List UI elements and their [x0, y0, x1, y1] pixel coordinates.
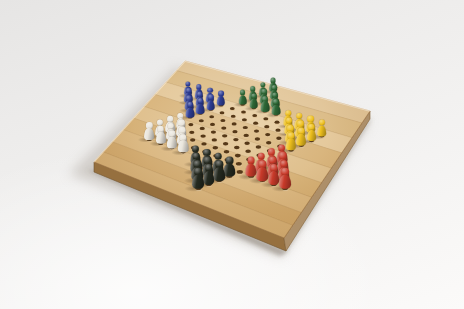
hole[interactable] [147, 138, 152, 141]
hole[interactable] [224, 150, 230, 154]
hole[interactable] [215, 170, 221, 174]
hole[interactable] [299, 144, 305, 147]
hole[interactable] [319, 134, 324, 137]
hole[interactable] [187, 108, 192, 111]
hole[interactable] [216, 178, 222, 182]
hole[interactable] [211, 131, 216, 134]
hole[interactable] [220, 119, 225, 122]
hole[interactable] [232, 122, 237, 125]
hole[interactable] [197, 104, 202, 107]
hole[interactable] [204, 166, 210, 170]
hole[interactable] [195, 186, 201, 190]
hole[interactable] [230, 107, 235, 110]
hole[interactable] [271, 90, 275, 93]
hole[interactable] [246, 158, 252, 162]
hole[interactable] [276, 137, 281, 140]
hole[interactable] [264, 125, 269, 128]
hole[interactable] [286, 124, 291, 127]
hole[interactable] [208, 100, 213, 103]
hole[interactable] [213, 146, 219, 149]
hole[interactable] [277, 145, 283, 148]
hole[interactable] [193, 162, 199, 166]
hole[interactable] [287, 140, 292, 143]
hole[interactable] [245, 150, 251, 154]
hole[interactable] [267, 149, 273, 153]
hole[interactable] [221, 127, 226, 130]
hole[interactable] [255, 137, 260, 140]
hole[interactable] [193, 170, 199, 174]
hole[interactable] [208, 108, 213, 111]
hole[interactable] [178, 127, 183, 130]
hole[interactable] [158, 142, 163, 145]
hole[interactable] [275, 129, 280, 132]
hole[interactable] [198, 112, 203, 115]
hole[interactable] [180, 150, 186, 154]
hole[interactable] [247, 166, 253, 170]
hole[interactable] [180, 142, 185, 145]
hole[interactable] [308, 131, 313, 134]
hole[interactable] [269, 165, 275, 169]
hole[interactable] [253, 122, 258, 125]
hole[interactable] [248, 174, 254, 178]
hole[interactable] [188, 123, 193, 126]
hole[interactable] [168, 131, 173, 134]
hole[interactable] [231, 115, 236, 118]
hole[interactable] [225, 166, 231, 170]
hole[interactable] [179, 134, 184, 137]
hole[interactable] [298, 135, 303, 138]
hole[interactable] [169, 146, 175, 149]
hole[interactable] [188, 116, 193, 119]
light-sheen [94, 61, 370, 238]
hole[interactable] [275, 121, 280, 124]
hole[interactable] [265, 133, 270, 136]
hole[interactable] [213, 154, 219, 158]
hole[interactable] [223, 142, 228, 145]
hole[interactable] [210, 123, 215, 126]
hole[interactable] [240, 103, 245, 106]
hole[interactable] [270, 174, 276, 178]
hole[interactable] [199, 119, 204, 122]
hole[interactable] [271, 182, 277, 186]
hole[interactable] [254, 130, 259, 133]
hole[interactable] [192, 154, 198, 158]
hole[interactable] [288, 148, 294, 151]
hole[interactable] [281, 178, 287, 182]
hole[interactable] [190, 138, 195, 141]
hole[interactable] [197, 97, 201, 100]
hole[interactable] [262, 102, 267, 105]
hole[interactable] [157, 134, 162, 137]
hole[interactable] [234, 146, 240, 149]
hole[interactable] [287, 132, 292, 135]
hole[interactable] [206, 182, 212, 186]
hole[interactable] [232, 130, 237, 133]
hole[interactable] [205, 174, 211, 178]
hole[interactable] [168, 138, 173, 141]
chinese-checkers-scene [0, 0, 464, 309]
hole[interactable] [266, 141, 271, 144]
hole[interactable] [257, 162, 263, 166]
hole[interactable] [189, 131, 194, 134]
hole[interactable] [272, 98, 277, 101]
hole[interactable] [244, 142, 249, 145]
hole[interactable] [252, 106, 257, 109]
hole[interactable] [279, 161, 285, 165]
hole[interactable] [191, 146, 197, 149]
hole[interactable] [226, 174, 232, 178]
hole[interactable] [261, 94, 265, 97]
hole[interactable] [268, 157, 274, 161]
hole[interactable] [214, 162, 220, 166]
hole[interactable] [263, 117, 268, 120]
hole[interactable] [201, 142, 206, 145]
hole[interactable] [244, 134, 249, 137]
hole[interactable] [209, 115, 214, 118]
hole[interactable] [222, 134, 227, 137]
hole[interactable] [233, 138, 238, 141]
hole[interactable] [200, 134, 205, 137]
hole[interactable] [235, 154, 241, 158]
hole[interactable] [243, 126, 248, 129]
hole[interactable] [225, 158, 231, 162]
hole[interactable] [274, 113, 279, 116]
hole[interactable] [278, 153, 284, 157]
hole[interactable] [236, 162, 242, 166]
hole[interactable] [252, 114, 257, 117]
hole[interactable] [257, 153, 263, 157]
hole[interactable] [200, 127, 205, 130]
hole[interactable] [282, 186, 288, 190]
hole[interactable] [186, 101, 191, 104]
hole[interactable] [258, 170, 264, 174]
hole[interactable] [263, 110, 268, 113]
hole[interactable] [309, 139, 314, 142]
hole[interactable] [219, 104, 224, 107]
hole[interactable] [242, 118, 247, 121]
hole[interactable] [185, 94, 189, 97]
hole[interactable] [280, 169, 286, 173]
hole[interactable] [273, 105, 278, 108]
hole[interactable] [220, 111, 225, 114]
hole[interactable] [212, 138, 217, 141]
hole[interactable] [297, 127, 302, 130]
hole[interactable] [251, 99, 256, 102]
wooden-board [0, 0, 464, 309]
hole[interactable] [194, 178, 200, 182]
hole[interactable] [256, 145, 262, 148]
hole[interactable] [259, 178, 265, 182]
hole[interactable] [203, 158, 209, 162]
hole[interactable] [237, 170, 243, 174]
hole[interactable] [241, 111, 246, 114]
hole[interactable] [202, 150, 208, 154]
